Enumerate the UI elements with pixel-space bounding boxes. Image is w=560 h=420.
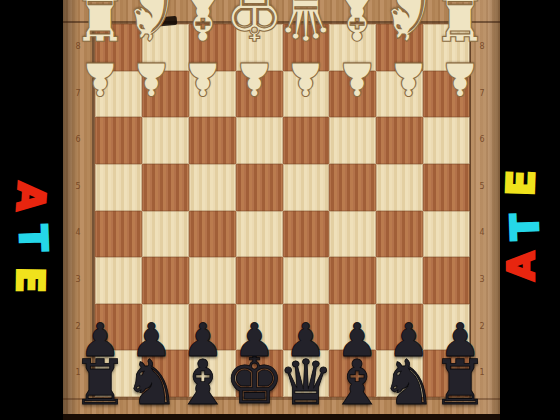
rank-label-left-6: 6 [72,135,84,145]
square-c5[interactable] [189,164,236,211]
piece-black-pawn-g2[interactable]: ♟ [388,317,429,363]
square-d3[interactable] [236,257,283,304]
piece-black-pawn-d2[interactable]: ♟ [234,317,275,363]
square-c6[interactable] [189,117,236,164]
square-c3[interactable] [189,257,236,304]
side-text-right-letter-T: T [506,213,545,240]
square-a3[interactable] [95,257,142,304]
square-h5[interactable] [423,164,470,211]
square-f4[interactable] [329,211,376,258]
side-text-left-letter-E: E [11,267,49,294]
piece-white-bishop-f8[interactable]: ♝ [329,0,385,48]
rank-label-right-4: 4 [476,228,488,238]
piece-black-pawn-b2[interactable]: ♟ [131,317,172,363]
square-h4[interactable] [423,211,470,258]
side-text-right-letter-E: E [502,169,541,196]
square-f3[interactable] [329,257,376,304]
piece-white-knight-b8[interactable]: ♞ [124,0,180,48]
piece-white-pawn-d7[interactable]: ♟ [234,56,275,102]
square-g3[interactable] [376,257,423,304]
piece-white-pawn-f7[interactable]: ♟ [337,56,378,102]
piece-white-bishop-c8[interactable]: ♝ [175,0,231,48]
piece-white-pawn-h7[interactable]: ♟ [439,56,480,102]
square-e3[interactable] [283,257,330,304]
square-e5[interactable] [283,164,330,211]
square-e6[interactable] [283,117,330,164]
square-a4[interactable] [95,211,142,258]
square-g4[interactable] [376,211,423,258]
square-b3[interactable] [142,257,189,304]
piece-white-king-d8[interactable]: ♚ [225,0,284,48]
square-c4[interactable] [189,211,236,258]
square-b4[interactable] [142,211,189,258]
piece-black-pawn-e2[interactable]: ♟ [285,317,326,363]
square-d4[interactable] [236,211,283,258]
square-a5[interactable] [95,164,142,211]
piece-white-pawn-a7[interactable]: ♟ [79,56,120,102]
square-d5[interactable] [236,164,283,211]
rank-label-right-6: 6 [476,135,488,145]
square-b5[interactable] [142,164,189,211]
square-g6[interactable] [376,117,423,164]
piece-white-knight-g8[interactable]: ♞ [381,0,437,48]
square-h6[interactable] [423,117,470,164]
piece-black-pawn-h2[interactable]: ♟ [439,317,480,363]
piece-white-queen-e8[interactable]: ♛ [278,0,334,48]
piece-white-pawn-c7[interactable]: ♟ [182,56,223,102]
square-g5[interactable] [376,164,423,211]
piece-white-pawn-e7[interactable]: ♟ [285,56,326,102]
rank-label-right-5: 5 [476,182,488,192]
photo-stage: 8877665544332211 ♜♞♝♚♛♝♞♜♟♟♟♟♟♟♟♟♟♟♟♟♟♟♟… [0,0,560,420]
rank-label-right-3: 3 [476,275,488,285]
piece-white-rook-a8[interactable]: ♜ [72,0,128,48]
piece-white-pawn-b7[interactable]: ♟ [131,56,172,102]
square-f5[interactable] [329,164,376,211]
piece-white-rook-h8[interactable]: ♜ [432,0,488,48]
rank-label-left-5: 5 [72,182,84,192]
side-text-left-letter-A: A [11,181,51,213]
square-b6[interactable] [142,117,189,164]
piece-white-pawn-g7[interactable]: ♟ [388,56,429,102]
piece-black-pawn-c2[interactable]: ♟ [182,317,223,363]
rank-label-left-4: 4 [72,228,84,238]
square-d6[interactable] [236,117,283,164]
square-f6[interactable] [329,117,376,164]
piece-black-pawn-a2[interactable]: ♟ [79,317,120,363]
square-h3[interactable] [423,257,470,304]
rank-label-left-3: 3 [72,275,84,285]
square-e4[interactable] [283,211,330,258]
side-text-left-letter-T: T [14,224,53,251]
piece-black-pawn-f2[interactable]: ♟ [337,317,378,363]
square-a6[interactable] [95,117,142,164]
side-text-right-letter-A: A [502,251,540,280]
